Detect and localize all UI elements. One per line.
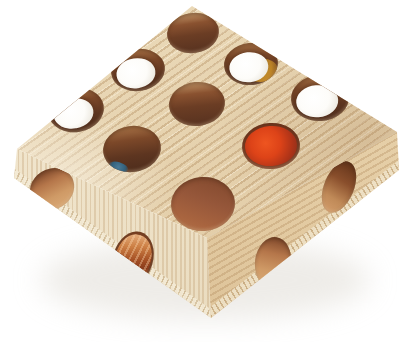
hole-top-front-left (100, 122, 164, 176)
hole-top-left-corner (45, 83, 108, 136)
white-ball (295, 84, 339, 119)
product-photo-wooden-cat-toy-box (0, 0, 400, 342)
blue-ball-glimpse (108, 160, 130, 175)
white-ball (114, 56, 157, 91)
white-ball (51, 95, 96, 132)
hole-top-back-corner (164, 10, 221, 57)
hole-top-back-left (108, 45, 167, 94)
hole-top-front-right (240, 121, 301, 171)
hole-top-front-corner (169, 175, 237, 233)
hole-top-center (167, 79, 227, 129)
red-orange-ball (244, 124, 299, 167)
hole-top-right-corner (289, 73, 350, 123)
hole-top-back-right (222, 40, 280, 87)
